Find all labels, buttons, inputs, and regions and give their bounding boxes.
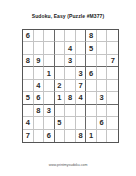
sudoku-cell-r3c7: [86, 55, 97, 67]
sudoku-cell-r2c1: [23, 42, 34, 54]
sudoku-cell-r2c8: [97, 42, 108, 54]
sudoku-cell-r9c1: 7: [23, 130, 34, 142]
sudoku-cell-r1c8: [97, 30, 108, 42]
sudoku-cell-r7c2: 8: [34, 105, 45, 117]
sudoku-cell-r2c9: [107, 42, 118, 54]
sudoku-cell-r4c3: 1: [44, 67, 55, 79]
sudoku-cell-r2c3: [44, 42, 55, 54]
sudoku-cell-r1c9: [107, 30, 118, 42]
sudoku-cell-r9c4: [55, 130, 66, 142]
sudoku-cell-r5c7: [86, 80, 97, 92]
sudoku-cell-r8c2: [34, 117, 45, 129]
sudoku-cell-r8c6: [76, 117, 87, 129]
sudoku-cell-r7c1: [23, 105, 34, 117]
sudoku-cell-r4c9: [107, 67, 118, 79]
sudoku-cell-r5c5: [65, 80, 76, 92]
sudoku-cell-r1c1: 6: [23, 30, 34, 42]
sudoku-cell-r9c5: [65, 130, 76, 142]
sudoku-cell-r8c9: [107, 117, 118, 129]
sudoku-cell-r7c4: [55, 105, 66, 117]
sudoku-cell-r1c2: [34, 30, 45, 42]
sudoku-cell-r7c3: 3: [44, 105, 55, 117]
sudoku-cell-r8c7: [86, 117, 97, 129]
sudoku-cell-r3c8: [97, 55, 108, 67]
sudoku-cell-r7c6: [76, 105, 87, 117]
sudoku-cell-r5c4: 2: [55, 80, 66, 92]
sudoku-cell-r4c8: [97, 67, 108, 79]
sudoku-sheet: Sudoku, Easy (Puzzle #M377) 684589371364…: [0, 0, 136, 176]
sudoku-cell-r4c5: [65, 67, 76, 79]
source-url: www.printmysudoku.com: [0, 163, 136, 167]
sudoku-cell-r1c6: [76, 30, 87, 42]
sudoku-cell-r6c9: [107, 92, 118, 104]
sudoku-cell-r7c8: [97, 105, 108, 117]
sudoku-cell-r4c2: [34, 67, 45, 79]
sudoku-board: 68458937136427561843834567681: [22, 29, 119, 143]
sudoku-cell-r2c4: [55, 42, 66, 54]
sudoku-cell-r1c7: 8: [86, 30, 97, 42]
sudoku-cell-r4c7: 6: [86, 67, 97, 79]
sudoku-cell-r6c8: 3: [97, 92, 108, 104]
sudoku-cell-r2c6: [76, 42, 87, 54]
sudoku-cell-r9c8: [97, 130, 108, 142]
sudoku-cell-r5c2: 4: [34, 80, 45, 92]
sudoku-cell-r3c6: [76, 55, 87, 67]
sudoku-cell-r6c2: 6: [34, 92, 45, 104]
sudoku-cell-r3c4: [55, 55, 66, 67]
sudoku-cell-r3c9: 7: [107, 55, 118, 67]
sudoku-cell-r7c5: [65, 105, 76, 117]
sudoku-cell-r4c4: [55, 67, 66, 79]
sudoku-cell-r1c3: [44, 30, 55, 42]
sudoku-cell-r9c9: [107, 130, 118, 142]
sudoku-cell-r2c2: [34, 42, 45, 54]
sudoku-cell-r9c7: 1: [86, 130, 97, 142]
sudoku-cell-r7c9: [107, 105, 118, 117]
sudoku-cell-r8c1: 4: [23, 117, 34, 129]
sudoku-cell-r1c4: [55, 30, 66, 42]
sudoku-cell-r4c6: 3: [76, 67, 87, 79]
sudoku-cell-r5c3: [44, 80, 55, 92]
sudoku-cell-r7c7: [86, 105, 97, 117]
sudoku-cell-r8c5: [65, 117, 76, 129]
sudoku-cell-r9c3: 6: [44, 130, 55, 142]
sudoku-cell-r6c3: [44, 92, 55, 104]
sudoku-cell-r5c6: 7: [76, 80, 87, 92]
sudoku-cell-r8c4: 5: [55, 117, 66, 129]
sudoku-cell-r5c1: [23, 80, 34, 92]
sudoku-cell-r8c8: 6: [97, 117, 108, 129]
sudoku-cell-r6c4: 1: [55, 92, 66, 104]
puzzle-title: Sudoku, Easy (Puzzle #M377): [0, 13, 136, 19]
sudoku-cell-r8c3: [44, 117, 55, 129]
sudoku-cell-r1c5: [65, 30, 76, 42]
sudoku-cell-r5c9: [107, 80, 118, 92]
sudoku-cell-r9c2: [34, 130, 45, 142]
sudoku-cell-r6c7: [86, 92, 97, 104]
sudoku-cell-r4c1: [23, 67, 34, 79]
sudoku-cell-r6c5: 8: [65, 92, 76, 104]
sudoku-cell-r3c3: [44, 55, 55, 67]
sudoku-cell-r3c2: 9: [34, 55, 45, 67]
sudoku-cell-r3c5: 3: [65, 55, 76, 67]
sudoku-cell-r6c6: 4: [76, 92, 87, 104]
sudoku-cell-r3c1: 8: [23, 55, 34, 67]
sudoku-cell-r2c5: 4: [65, 42, 76, 54]
sudoku-cell-r5c8: [97, 80, 108, 92]
sudoku-cell-r9c6: 8: [76, 130, 87, 142]
sudoku-cell-r6c1: 5: [23, 92, 34, 104]
sudoku-cell-r2c7: 5: [86, 42, 97, 54]
